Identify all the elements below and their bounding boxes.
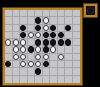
- board-cell[interactable]: [35, 54, 43, 61]
- board-cell[interactable]: [65, 76, 73, 83]
- board-cell[interactable]: [28, 61, 36, 68]
- board-cell[interactable]: [13, 10, 21, 17]
- game-board[interactable]: [3, 8, 82, 85]
- board-cell[interactable]: [50, 17, 58, 24]
- board-cell[interactable]: [5, 17, 13, 24]
- board-cell[interactable]: [65, 39, 73, 46]
- board-cell[interactable]: [43, 76, 51, 83]
- board-cell[interactable]: [35, 25, 43, 32]
- board-cell[interactable]: [50, 68, 58, 75]
- board-cell[interactable]: [5, 32, 13, 39]
- board-cell[interactable]: [35, 32, 43, 39]
- board-cell[interactable]: [13, 39, 21, 46]
- board-cell[interactable]: [20, 39, 28, 46]
- board-cell[interactable]: [58, 10, 66, 17]
- white-stone-icon: [20, 46, 26, 52]
- game-screen: [0, 0, 100, 87]
- board-cell[interactable]: [43, 54, 51, 61]
- board-cell[interactable]: [20, 17, 28, 24]
- board-cell[interactable]: [5, 25, 13, 32]
- board-cell[interactable]: [73, 61, 81, 68]
- board-cell[interactable]: [28, 17, 36, 24]
- board-cell[interactable]: [35, 46, 43, 53]
- white-stone-icon: [35, 61, 41, 67]
- black-stone-icon: [43, 39, 49, 45]
- board-cell[interactable]: [35, 17, 43, 24]
- board-cell[interactable]: [28, 39, 36, 46]
- white-stone-icon: [35, 46, 41, 52]
- board-cell[interactable]: [28, 46, 36, 53]
- board-cell[interactable]: [20, 68, 28, 75]
- board-cell[interactable]: [73, 25, 81, 32]
- black-stone-icon: [35, 39, 41, 45]
- board-cell[interactable]: [50, 46, 58, 53]
- board-cell[interactable]: [35, 76, 43, 83]
- board-cell[interactable]: [65, 32, 73, 39]
- board-cell[interactable]: [73, 68, 81, 75]
- board-cell[interactable]: [5, 61, 13, 68]
- board-cell[interactable]: [5, 46, 13, 53]
- board-cell[interactable]: [73, 54, 81, 61]
- board-cell[interactable]: [50, 25, 58, 32]
- board-cell[interactable]: [5, 68, 13, 75]
- white-stone-icon: [43, 54, 49, 60]
- board-cell[interactable]: [43, 32, 51, 39]
- white-stone-icon: [43, 17, 49, 23]
- black-stone-icon: [65, 25, 71, 31]
- white-stone-icon: [20, 39, 26, 45]
- turn-indicator: [84, 4, 97, 17]
- black-stone-icon: [35, 25, 41, 31]
- white-stone-icon: [5, 39, 11, 45]
- white-stone-icon: [35, 54, 41, 60]
- board-cell[interactable]: [28, 32, 36, 39]
- board-cell[interactable]: [13, 32, 21, 39]
- board-cell[interactable]: [20, 76, 28, 83]
- board-cell[interactable]: [65, 10, 73, 17]
- board-cell[interactable]: [73, 76, 81, 83]
- white-stone-icon: [20, 54, 26, 60]
- white-stone-icon: [20, 61, 26, 67]
- black-stone-icon: [50, 39, 56, 45]
- board-cell[interactable]: [73, 39, 81, 46]
- board-cell[interactable]: [20, 32, 28, 39]
- board-cell[interactable]: [35, 61, 43, 68]
- board-cell[interactable]: [73, 10, 81, 17]
- board-cell[interactable]: [28, 68, 36, 75]
- board-cell[interactable]: [65, 46, 73, 53]
- board-cell[interactable]: [50, 61, 58, 68]
- board-cell[interactable]: [13, 46, 21, 53]
- white-stone-icon: [28, 61, 34, 67]
- black-stone-icon: [58, 39, 64, 45]
- board-cell[interactable]: [43, 61, 51, 68]
- white-stone-icon: [13, 54, 19, 60]
- board-cell[interactable]: [65, 68, 73, 75]
- board-cell[interactable]: [5, 76, 13, 83]
- board-cell[interactable]: [43, 68, 51, 75]
- board-cell[interactable]: [5, 10, 13, 17]
- board-cell[interactable]: [13, 54, 21, 61]
- black-stone-icon: [43, 46, 49, 52]
- board-cell[interactable]: [50, 10, 58, 17]
- turn-indicator-black-stone-icon: [87, 7, 94, 14]
- board-cell[interactable]: [73, 17, 81, 24]
- black-stone-icon: [5, 61, 11, 67]
- board-cell[interactable]: [50, 32, 58, 39]
- board-cell[interactable]: [20, 54, 28, 61]
- board-cell[interactable]: [58, 76, 66, 83]
- black-stone-icon: [58, 32, 64, 38]
- board-cell[interactable]: [28, 10, 36, 17]
- black-stone-icon: [28, 46, 34, 52]
- white-stone-icon: [13, 46, 19, 52]
- board-cell[interactable]: [20, 10, 28, 17]
- board-cell[interactable]: [13, 68, 21, 75]
- black-stone-icon: [50, 25, 56, 31]
- board-cell[interactable]: [28, 54, 36, 61]
- black-stone-icon: [65, 39, 71, 45]
- board-cell[interactable]: [58, 68, 66, 75]
- black-stone-icon: [20, 32, 26, 38]
- board-cell[interactable]: [43, 46, 51, 53]
- board-cell[interactable]: [43, 39, 51, 46]
- board-cell[interactable]: [28, 25, 36, 32]
- board-cell[interactable]: [13, 76, 21, 83]
- board-cell[interactable]: [73, 46, 81, 53]
- black-stone-icon: [50, 32, 56, 38]
- white-stone-icon: [43, 25, 49, 31]
- board-cell[interactable]: [50, 39, 58, 46]
- white-stone-icon: [35, 32, 41, 38]
- board-cell[interactable]: [58, 25, 66, 32]
- white-stone-icon: [28, 32, 34, 38]
- board-cell[interactable]: [73, 32, 81, 39]
- board-cell[interactable]: [65, 17, 73, 24]
- board-cell[interactable]: [65, 25, 73, 32]
- board-cell[interactable]: [5, 39, 13, 46]
- white-stone-icon: [50, 46, 56, 52]
- board-cell[interactable]: [13, 25, 21, 32]
- black-stone-icon: [43, 32, 49, 38]
- board-cell[interactable]: [13, 61, 21, 68]
- black-stone-icon: [20, 25, 26, 31]
- black-stone-icon: [43, 61, 49, 67]
- board-cell[interactable]: [58, 54, 66, 61]
- board-cell[interactable]: [35, 68, 43, 75]
- white-stone-icon: [58, 54, 64, 60]
- board-cell[interactable]: [43, 17, 51, 24]
- board-cell[interactable]: [28, 76, 36, 83]
- board-cell[interactable]: [35, 39, 43, 46]
- board-cell[interactable]: [58, 17, 66, 24]
- black-stone-icon: [35, 17, 41, 23]
- board-cell[interactable]: [65, 54, 73, 61]
- board-cell[interactable]: [20, 61, 28, 68]
- board-cell[interactable]: [58, 39, 66, 46]
- board-cell[interactable]: [58, 32, 66, 39]
- board-cell[interactable]: [58, 61, 66, 68]
- board-cell[interactable]: [13, 17, 21, 24]
- board-cell[interactable]: [58, 46, 66, 53]
- white-stone-icon: [13, 39, 19, 45]
- board-cell[interactable]: [50, 76, 58, 83]
- board-cell[interactable]: [20, 25, 28, 32]
- board-cell[interactable]: [35, 10, 43, 17]
- board-cell[interactable]: [50, 54, 58, 61]
- board-cell[interactable]: [20, 46, 28, 53]
- board-cell[interactable]: [5, 54, 13, 61]
- black-stone-icon: [35, 68, 41, 74]
- board-cell[interactable]: [43, 10, 51, 17]
- board-cell[interactable]: [65, 61, 73, 68]
- board-cell[interactable]: [43, 25, 51, 32]
